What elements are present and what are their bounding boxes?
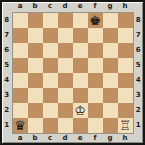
square-f8[interactable]: ♚ xyxy=(88,13,103,28)
square-g4[interactable] xyxy=(103,73,118,88)
black-queen[interactable]: ♛ xyxy=(14,118,26,133)
square-g3[interactable] xyxy=(103,88,118,103)
square-a2[interactable] xyxy=(13,103,28,118)
square-e6[interactable] xyxy=(73,43,88,58)
rank-label-4: 4 xyxy=(4,73,9,88)
file-label-c: c xyxy=(43,2,58,11)
square-a3[interactable] xyxy=(13,88,28,103)
square-c2[interactable] xyxy=(43,103,58,118)
rank-label-1: 1 xyxy=(4,118,9,133)
file-label-e: e xyxy=(73,134,88,143)
chessboard-window: abcdefgh 87654321 ♚♔♛♖ 87654321 abcdefgh xyxy=(0,0,145,145)
rank-label-5: 5 xyxy=(136,58,141,73)
file-label-f: f xyxy=(88,2,103,11)
square-e1[interactable] xyxy=(73,118,88,133)
file-label-d: d xyxy=(58,2,73,11)
square-f4[interactable] xyxy=(88,73,103,88)
square-c1[interactable] xyxy=(43,118,58,133)
file-labels-bottom: abcdefgh xyxy=(13,134,133,143)
rank-label-5: 5 xyxy=(4,58,9,73)
square-h1[interactable]: ♖ xyxy=(118,118,133,133)
square-f7[interactable] xyxy=(88,28,103,43)
rank-label-8: 8 xyxy=(136,13,141,28)
square-d4[interactable] xyxy=(58,73,73,88)
square-b4[interactable] xyxy=(28,73,43,88)
square-a6[interactable] xyxy=(13,43,28,58)
square-a5[interactable] xyxy=(13,58,28,73)
square-f5[interactable] xyxy=(88,58,103,73)
square-e5[interactable] xyxy=(73,58,88,73)
square-d7[interactable] xyxy=(58,28,73,43)
square-b2[interactable] xyxy=(28,103,43,118)
file-label-b: b xyxy=(28,134,43,143)
square-e4[interactable] xyxy=(73,73,88,88)
file-label-a: a xyxy=(13,2,28,11)
square-a8[interactable] xyxy=(13,13,28,28)
square-d1[interactable] xyxy=(58,118,73,133)
square-d6[interactable] xyxy=(58,43,73,58)
square-g5[interactable] xyxy=(103,58,118,73)
white-king[interactable]: ♔ xyxy=(74,103,86,118)
rank-label-6: 6 xyxy=(4,43,9,58)
square-c3[interactable] xyxy=(43,88,58,103)
square-g2[interactable] xyxy=(103,103,118,118)
rank-label-3: 3 xyxy=(136,88,141,103)
square-d8[interactable] xyxy=(58,13,73,28)
rank-label-7: 7 xyxy=(136,28,141,43)
square-a4[interactable] xyxy=(13,73,28,88)
rank-label-2: 2 xyxy=(136,103,141,118)
white-rook[interactable]: ♖ xyxy=(119,118,131,133)
square-h3[interactable] xyxy=(118,88,133,103)
file-label-g: g xyxy=(103,134,118,143)
square-e3[interactable] xyxy=(73,88,88,103)
square-a1[interactable]: ♛ xyxy=(13,118,28,133)
square-b3[interactable] xyxy=(28,88,43,103)
square-h2[interactable] xyxy=(118,103,133,118)
square-b7[interactable] xyxy=(28,28,43,43)
square-h4[interactable] xyxy=(118,73,133,88)
square-d3[interactable] xyxy=(58,88,73,103)
square-b8[interactable] xyxy=(28,13,43,28)
square-f1[interactable] xyxy=(88,118,103,133)
square-c4[interactable] xyxy=(43,73,58,88)
square-f2[interactable] xyxy=(88,103,103,118)
square-h5[interactable] xyxy=(118,58,133,73)
file-label-b: b xyxy=(28,2,43,11)
rank-label-1: 1 xyxy=(136,118,141,133)
square-c8[interactable] xyxy=(43,13,58,28)
square-d5[interactable] xyxy=(58,58,73,73)
rank-label-7: 7 xyxy=(4,28,9,43)
square-g8[interactable] xyxy=(103,13,118,28)
square-c7[interactable] xyxy=(43,28,58,43)
square-e8[interactable] xyxy=(73,13,88,28)
square-c6[interactable] xyxy=(43,43,58,58)
square-h7[interactable] xyxy=(118,28,133,43)
black-king[interactable]: ♚ xyxy=(89,13,101,28)
square-b6[interactable] xyxy=(28,43,43,58)
square-g7[interactable] xyxy=(103,28,118,43)
file-labels-top: abcdefgh xyxy=(13,2,133,11)
square-e2[interactable]: ♔ xyxy=(73,103,88,118)
square-f6[interactable] xyxy=(88,43,103,58)
file-label-e: e xyxy=(73,2,88,11)
rank-labels-right: 87654321 xyxy=(136,13,141,133)
square-d2[interactable] xyxy=(58,103,73,118)
chessboard-frame: abcdefgh 87654321 ♚♔♛♖ 87654321 abcdefgh xyxy=(2,2,143,143)
rank-label-6: 6 xyxy=(136,43,141,58)
square-f3[interactable] xyxy=(88,88,103,103)
rank-label-4: 4 xyxy=(136,73,141,88)
file-label-a: a xyxy=(13,134,28,143)
square-g1[interactable] xyxy=(103,118,118,133)
file-label-g: g xyxy=(103,2,118,11)
file-label-f: f xyxy=(88,134,103,143)
square-h8[interactable] xyxy=(118,13,133,28)
rank-label-2: 2 xyxy=(4,103,9,118)
square-b1[interactable] xyxy=(28,118,43,133)
square-a7[interactable] xyxy=(13,28,28,43)
file-label-h: h xyxy=(118,2,133,11)
square-c5[interactable] xyxy=(43,58,58,73)
file-label-h: h xyxy=(118,134,133,143)
rank-labels-left: 87654321 xyxy=(4,13,9,133)
rank-label-8: 8 xyxy=(4,13,9,28)
square-g6[interactable] xyxy=(103,43,118,58)
square-e7[interactable] xyxy=(73,28,88,43)
square-b5[interactable] xyxy=(28,58,43,73)
chess-board[interactable]: ♚♔♛♖ xyxy=(12,12,134,134)
file-label-c: c xyxy=(43,134,58,143)
file-label-d: d xyxy=(58,134,73,143)
rank-label-3: 3 xyxy=(4,88,9,103)
square-h6[interactable] xyxy=(118,43,133,58)
